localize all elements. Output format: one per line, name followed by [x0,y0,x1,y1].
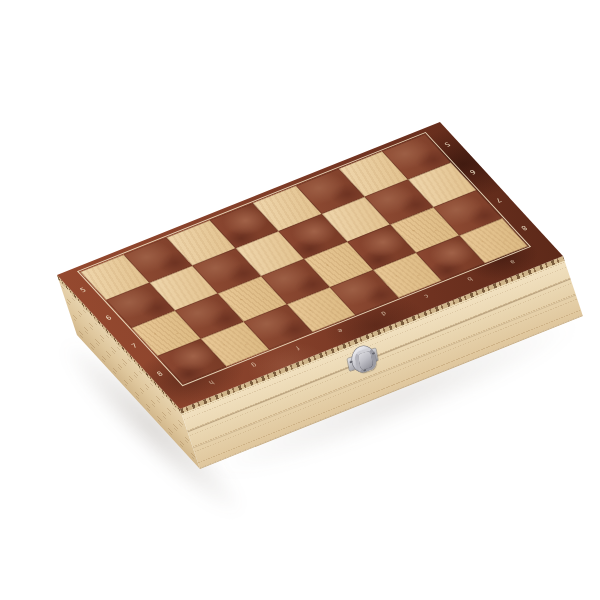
coordinate-label-5: 5 [440,139,455,149]
coordinate-label-f: f [291,344,304,353]
coordinate-label-7: 7 [127,341,142,351]
product-photo-chess-box: 5678 5678 hgfedcba [0,0,600,600]
coordinate-label-d: d [377,309,390,318]
coordinate-label-h: h [205,378,218,387]
coordinate-label-6: 6 [101,313,116,323]
coordinate-label-b: b [463,275,476,284]
coordinate-label-8: 8 [517,223,532,233]
coordinate-label-a: a [506,258,519,267]
coordinate-label-e: e [334,327,347,336]
coordinate-label-g: g [248,361,261,370]
coordinate-label-5: 5 [75,285,90,295]
coordinate-label-7: 7 [491,195,506,205]
coordinate-label-8: 8 [152,369,167,379]
coordinate-label-6: 6 [465,167,480,177]
coordinate-label-c: c [420,292,433,301]
